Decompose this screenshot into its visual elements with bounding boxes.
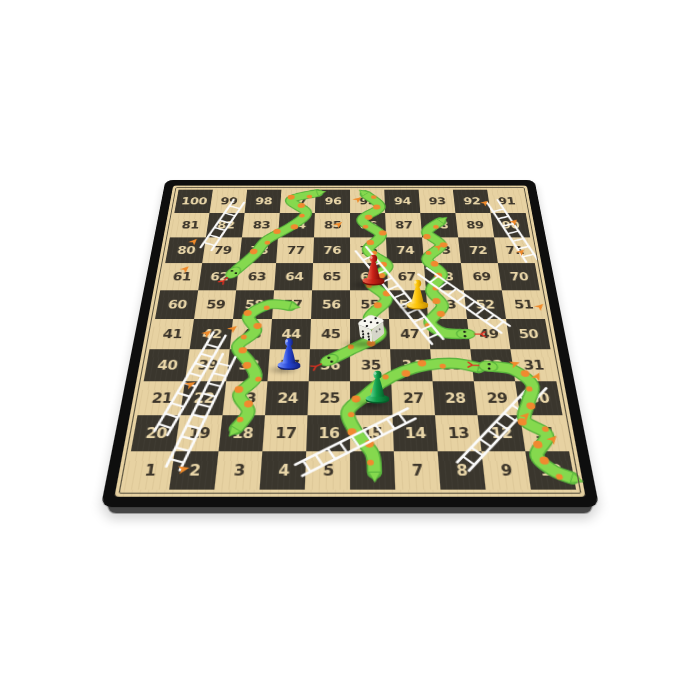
pieces-layer [0,0,700,700]
pawn-green[interactable] [363,369,392,405]
pawn-yellow[interactable] [403,279,432,310]
die[interactable] [352,310,390,347]
product-photo-snakes-and-ladders: 1009998979695949392918182838485868788899… [0,0,700,700]
pawn-red[interactable] [359,254,388,286]
pawn-blue[interactable] [275,337,303,371]
